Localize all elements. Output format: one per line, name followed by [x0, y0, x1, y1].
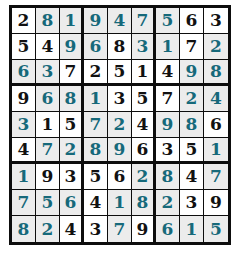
sudoku-cell-r7c1[interactable]: 1 [12, 164, 36, 190]
sudoku-cell-r1c3[interactable]: 1 [60, 8, 84, 34]
sudoku-cell-r2c7[interactable]: 1 [156, 34, 180, 60]
sudoku-cell-r1c5[interactable]: 4 [108, 8, 132, 34]
sudoku-cell-r7c4[interactable]: 5 [84, 164, 108, 190]
sudoku-cell-r4c6[interactable]: 5 [132, 86, 156, 112]
sudoku-cell-r8c3[interactable]: 6 [60, 190, 84, 216]
sudoku-cell-r8c2[interactable]: 5 [36, 190, 60, 216]
sudoku-cell-r7c5[interactable]: 6 [108, 164, 132, 190]
sudoku-cell-r4c4[interactable]: 1 [84, 86, 108, 112]
sudoku-cell-r4c2[interactable]: 6 [36, 86, 60, 112]
page: 2819475635496831726372514989681357243157… [0, 0, 240, 265]
sudoku-cell-r9c5[interactable]: 7 [108, 216, 132, 242]
sudoku-cell-r4c1[interactable]: 9 [12, 86, 36, 112]
sudoku-cell-r2c1[interactable]: 5 [12, 34, 36, 60]
sudoku-cell-r4c3[interactable]: 8 [60, 86, 84, 112]
sudoku-cell-r2c2[interactable]: 4 [36, 34, 60, 60]
sudoku-cell-r3c7[interactable]: 4 [156, 60, 180, 86]
sudoku-cell-r8c4[interactable]: 4 [84, 190, 108, 216]
sudoku-cell-r6c7[interactable]: 3 [156, 138, 180, 164]
sudoku-cell-r9c4[interactable]: 3 [84, 216, 108, 242]
sudoku-cell-r1c8[interactable]: 6 [180, 8, 204, 34]
sudoku-cell-r7c6[interactable]: 2 [132, 164, 156, 190]
sudoku-cell-r1c9[interactable]: 3 [204, 8, 228, 34]
sudoku-cell-r9c9[interactable]: 5 [204, 216, 228, 242]
sudoku-cell-r3c3[interactable]: 7 [60, 60, 84, 86]
sudoku-cell-r4c8[interactable]: 2 [180, 86, 204, 112]
sudoku-cell-r2c5[interactable]: 8 [108, 34, 132, 60]
sudoku-cell-r3c6[interactable]: 1 [132, 60, 156, 86]
sudoku-cell-r8c8[interactable]: 3 [180, 190, 204, 216]
sudoku-cell-r5c1[interactable]: 3 [12, 112, 36, 138]
sudoku-cell-r6c3[interactable]: 2 [60, 138, 84, 164]
sudoku-cell-r6c8[interactable]: 5 [180, 138, 204, 164]
sudoku-cell-r3c8[interactable]: 9 [180, 60, 204, 86]
sudoku-cell-r3c1[interactable]: 6 [12, 60, 36, 86]
sudoku-cell-r6c2[interactable]: 7 [36, 138, 60, 164]
sudoku-cell-r2c9[interactable]: 2 [204, 34, 228, 60]
sudoku-cell-r2c3[interactable]: 9 [60, 34, 84, 60]
sudoku-cell-r3c5[interactable]: 5 [108, 60, 132, 86]
sudoku-cell-r8c6[interactable]: 8 [132, 190, 156, 216]
sudoku-cell-r2c6[interactable]: 3 [132, 34, 156, 60]
sudoku-cell-r1c2[interactable]: 8 [36, 8, 60, 34]
sudoku-cell-r3c9[interactable]: 8 [204, 60, 228, 86]
sudoku-cell-r2c4[interactable]: 6 [84, 34, 108, 60]
sudoku-cell-r9c6[interactable]: 9 [132, 216, 156, 242]
sudoku-cell-r6c9[interactable]: 1 [204, 138, 228, 164]
sudoku-cell-r5c9[interactable]: 6 [204, 112, 228, 138]
sudoku-cell-r8c5[interactable]: 1 [108, 190, 132, 216]
sudoku-cell-r3c4[interactable]: 2 [84, 60, 108, 86]
sudoku-cell-r9c1[interactable]: 8 [12, 216, 36, 242]
sudoku-cell-r3c2[interactable]: 3 [36, 60, 60, 86]
sudoku-cell-r4c9[interactable]: 4 [204, 86, 228, 112]
sudoku-cell-r7c7[interactable]: 8 [156, 164, 180, 190]
sudoku-cell-r7c3[interactable]: 3 [60, 164, 84, 190]
sudoku-cell-r6c5[interactable]: 9 [108, 138, 132, 164]
sudoku-cell-r5c2[interactable]: 1 [36, 112, 60, 138]
sudoku-board: 2819475635496831726372514989681357243157… [9, 5, 231, 245]
sudoku-cell-r8c7[interactable]: 2 [156, 190, 180, 216]
sudoku-cell-r6c4[interactable]: 8 [84, 138, 108, 164]
sudoku-cell-r1c7[interactable]: 5 [156, 8, 180, 34]
sudoku-cell-r9c7[interactable]: 6 [156, 216, 180, 242]
sudoku-cell-r9c2[interactable]: 2 [36, 216, 60, 242]
sudoku-cell-r5c8[interactable]: 8 [180, 112, 204, 138]
sudoku-cell-r6c6[interactable]: 6 [132, 138, 156, 164]
sudoku-cell-r9c8[interactable]: 1 [180, 216, 204, 242]
sudoku-cell-r5c7[interactable]: 9 [156, 112, 180, 138]
sudoku-cell-r1c4[interactable]: 9 [84, 8, 108, 34]
sudoku-cell-r8c9[interactable]: 9 [204, 190, 228, 216]
sudoku-cell-r7c8[interactable]: 4 [180, 164, 204, 190]
sudoku-cell-r7c2[interactable]: 9 [36, 164, 60, 190]
sudoku-cell-r7c9[interactable]: 7 [204, 164, 228, 190]
sudoku-cell-r4c5[interactable]: 3 [108, 86, 132, 112]
sudoku-cell-r5c6[interactable]: 4 [132, 112, 156, 138]
sudoku-cell-r5c3[interactable]: 5 [60, 112, 84, 138]
sudoku-cell-r6c1[interactable]: 4 [12, 138, 36, 164]
sudoku-cell-r4c7[interactable]: 7 [156, 86, 180, 112]
sudoku-cell-r1c1[interactable]: 2 [12, 8, 36, 34]
sudoku-cell-r5c5[interactable]: 2 [108, 112, 132, 138]
sudoku-cell-r2c8[interactable]: 7 [180, 34, 204, 60]
sudoku-cell-r8c1[interactable]: 7 [12, 190, 36, 216]
sudoku-cell-r9c3[interactable]: 4 [60, 216, 84, 242]
sudoku-cell-r5c4[interactable]: 7 [84, 112, 108, 138]
sudoku-cell-r1c6[interactable]: 7 [132, 8, 156, 34]
